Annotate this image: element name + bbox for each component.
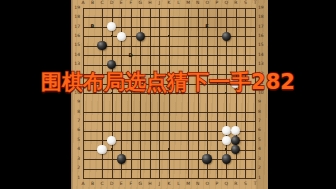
white-stone	[107, 136, 116, 145]
black-stone	[222, 154, 231, 163]
intersection-O3[interactable]	[202, 154, 212, 163]
move-option-label: E	[205, 24, 208, 29]
black-stone	[202, 154, 211, 163]
intersection-R4[interactable]	[231, 145, 241, 154]
star-point	[111, 148, 113, 150]
intersection-O17[interactable]: E	[202, 22, 212, 31]
intersection-E16[interactable]	[116, 32, 126, 41]
intersection-E3[interactable]	[116, 154, 126, 163]
white-stone	[222, 136, 231, 145]
intersection-D17[interactable]	[107, 22, 117, 31]
star-point	[168, 148, 170, 150]
black-stone	[117, 154, 126, 163]
intersection-D4[interactable]	[107, 145, 117, 154]
black-stone	[231, 136, 240, 145]
intersection-Q5[interactable]	[221, 135, 231, 144]
intersection-B17[interactable]: B	[88, 22, 98, 31]
intersection-D16[interactable]	[107, 32, 117, 41]
intersection-Q3[interactable]	[221, 154, 231, 163]
intersection-G16[interactable]	[135, 32, 145, 41]
star-point	[111, 35, 113, 37]
move-option-label: D	[129, 53, 133, 58]
black-stone	[222, 32, 231, 41]
intersection-R5[interactable]	[231, 135, 241, 144]
move-option-label: B	[91, 24, 95, 29]
title-overlay: 围棋布局选点猜下一手282	[41, 68, 295, 96]
intersection-K16[interactable]	[164, 32, 174, 41]
intersection-R6[interactable]	[231, 126, 241, 135]
white-stone	[117, 32, 126, 41]
intersection-C15[interactable]	[97, 41, 107, 50]
intersection-Q6[interactable]	[221, 126, 231, 135]
white-stone	[97, 145, 106, 154]
intersection-Q16[interactable]	[221, 32, 231, 41]
white-stone	[231, 126, 240, 135]
star-point	[225, 148, 227, 150]
video-frame: BDE AABBCCDDEEFFGGHHJJKKLLMMNNOOPPQQRRSS…	[0, 0, 336, 189]
intersection-C4[interactable]	[97, 145, 107, 154]
star-point	[168, 35, 170, 37]
white-stone	[222, 126, 231, 135]
intersection-K4[interactable]	[164, 145, 174, 154]
black-stone	[136, 32, 145, 41]
black-stone	[97, 41, 106, 50]
black-stone	[231, 145, 240, 154]
intersection-Q4[interactable]	[221, 145, 231, 154]
intersection-F14[interactable]: D	[126, 50, 136, 59]
intersection-D5[interactable]	[107, 135, 117, 144]
white-stone	[107, 22, 116, 31]
